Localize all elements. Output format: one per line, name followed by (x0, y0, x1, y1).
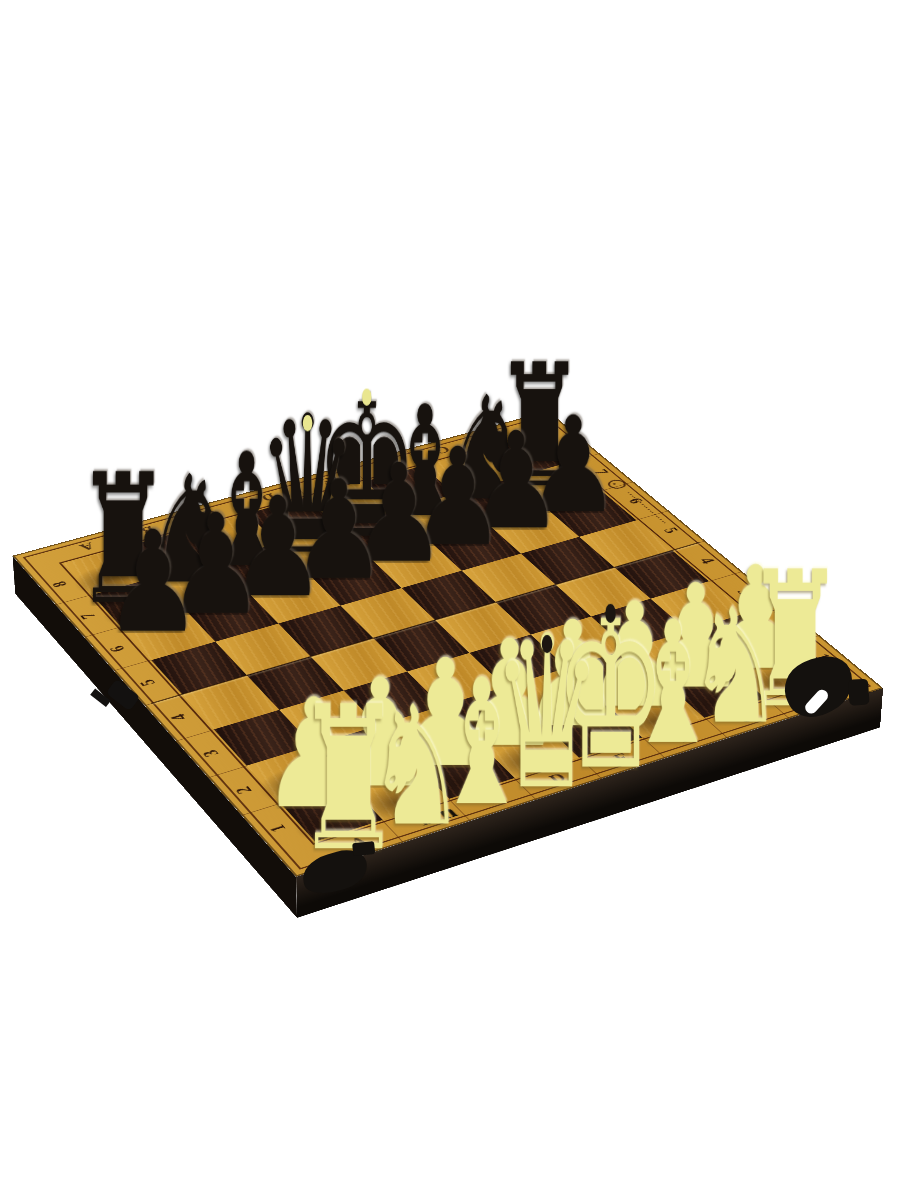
coordinate-text: G (734, 711, 760, 726)
coordinate-text: D (546, 771, 571, 787)
product-photo-background: ABCDEFGH ABCDEFGH 87654321 87654321 en ♜… (0, 0, 900, 1200)
chess-board: ABCDEFGH ABCDEFGH 87654321 87654321 en ♜… (12, 411, 883, 877)
board-surface: ABCDEFGH ABCDEFGH 87654321 87654321 en ♜… (12, 411, 883, 877)
coordinate-text: 5 (136, 677, 161, 688)
coordinate-text: A (347, 834, 372, 851)
finial-dot (605, 604, 616, 622)
finial-dot (303, 415, 312, 431)
coordinate-text: 8 (48, 579, 72, 589)
coordinate-text: E (610, 750, 634, 765)
finial-dot (542, 635, 552, 653)
coordinate-text: C (480, 791, 505, 807)
coordinate-text: 5 (659, 526, 682, 535)
coordinate-text: 3 (198, 748, 223, 759)
coordinate-text: 4 (166, 712, 191, 723)
coordinate-text: H (795, 691, 821, 706)
coordinate-text: 6 (105, 644, 129, 654)
coordinate-text: F (674, 731, 697, 746)
coordinate-text: 7 (76, 611, 100, 621)
finial-dot (362, 389, 372, 406)
